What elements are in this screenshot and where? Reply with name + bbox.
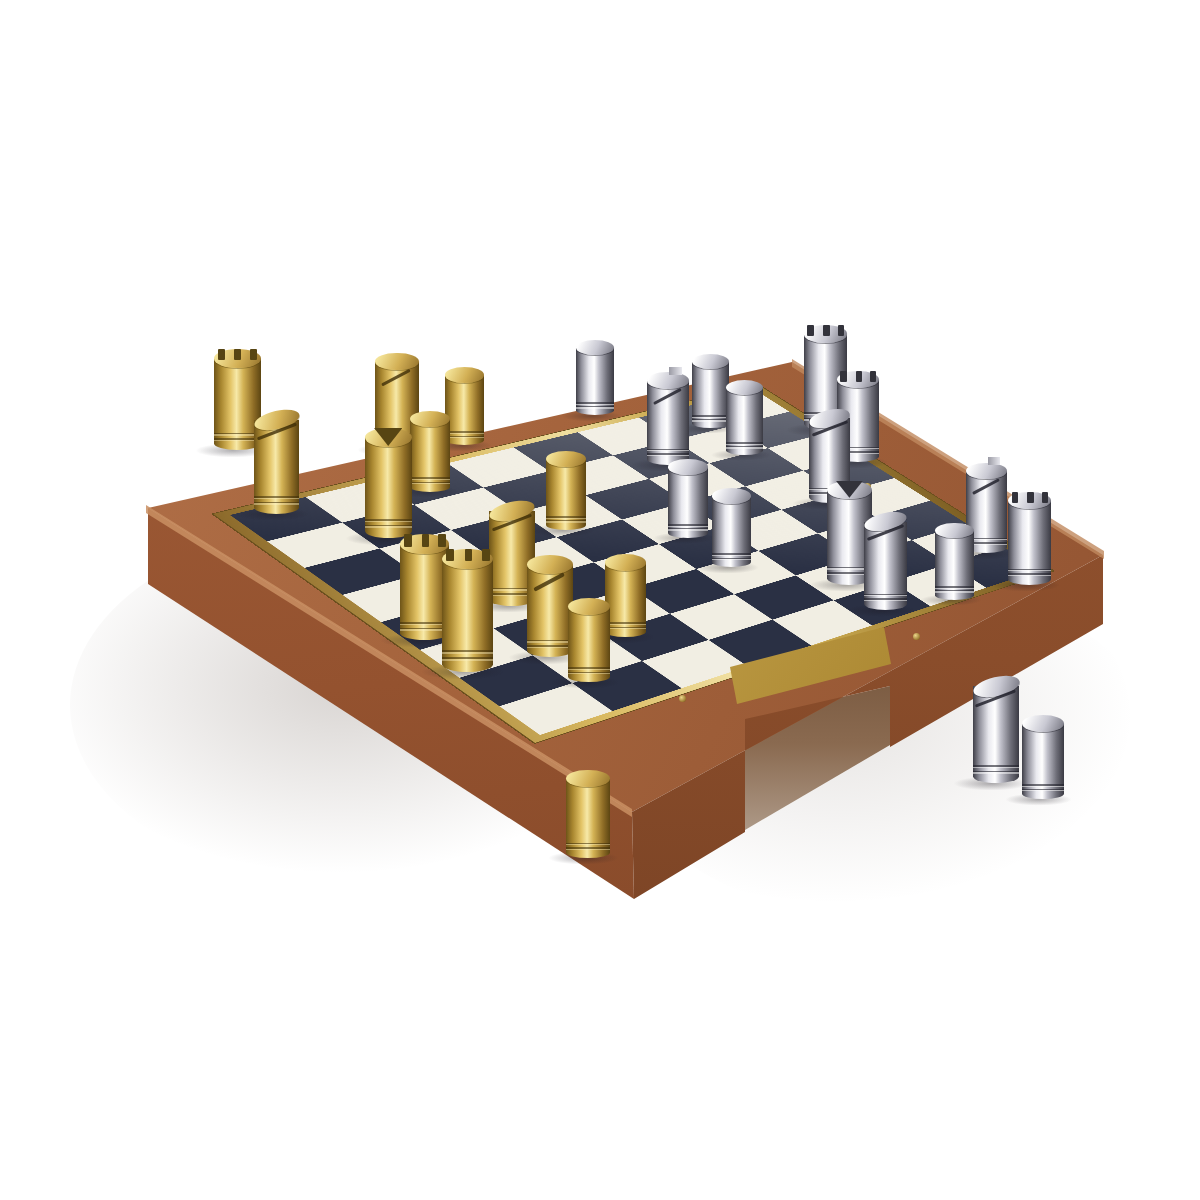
crenel-notch xyxy=(250,349,257,361)
silver-pawn-g8[interactable]: ♟ xyxy=(935,523,973,600)
base-rings xyxy=(445,430,484,439)
gold-pawn-b7[interactable]: ♙ xyxy=(568,598,610,683)
gold-pawn-d1[interactable]: ♙ xyxy=(445,367,484,445)
base-rings xyxy=(546,515,586,524)
base-rings xyxy=(692,414,729,423)
silver-pawn-f1[interactable]: ♟ xyxy=(576,340,614,415)
base-rings xyxy=(935,585,973,594)
knight-step-tab xyxy=(988,457,1000,465)
crenel-notch xyxy=(438,534,445,546)
gold-bishop-a1[interactable]: ♗ xyxy=(254,411,300,514)
silver-bishop-captured[interactable]: ♝ xyxy=(973,677,1020,783)
gold-pawn-c2[interactable]: ♙ xyxy=(410,411,450,491)
crenel-notch xyxy=(1027,492,1033,503)
crenel-notch xyxy=(823,325,830,336)
silver-bishop-f8[interactable]: ♝ xyxy=(864,513,907,610)
silver-pawn-e6[interactable]: ♟ xyxy=(712,488,751,567)
gold-queen-b3[interactable]: ♕ xyxy=(365,428,412,538)
chess-set-scene: ♗♖♘♙♙♕♙♖♗♔♘♙♙♟♟♞♟♚♜♟♝♟♛♝♟♞♜♙♝♟ xyxy=(0,0,1200,1200)
brass-screw xyxy=(679,695,686,702)
base-rings xyxy=(568,666,610,676)
base-rings xyxy=(605,621,646,631)
crenel-notch xyxy=(870,371,876,381)
base-rings xyxy=(254,494,300,506)
crenel-notch xyxy=(1042,492,1048,503)
gold-king-a6[interactable]: ♔ xyxy=(442,549,493,672)
crenel-notch xyxy=(856,371,862,381)
base-rings xyxy=(365,517,412,530)
brass-screw xyxy=(913,633,920,640)
gold-knight-b6[interactable]: ♘ xyxy=(527,555,573,657)
gold-pawn-captured[interactable]: ♙ xyxy=(566,770,610,858)
gold-pawn-d3[interactable]: ♙ xyxy=(546,451,586,530)
gold-pawn-c6[interactable]: ♙ xyxy=(605,554,646,636)
knight-step-tab xyxy=(669,367,681,375)
crenel-notch xyxy=(482,549,490,562)
silver-pawn-captured[interactable]: ♟ xyxy=(1022,715,1064,799)
base-rings xyxy=(566,841,610,852)
base-rings xyxy=(647,447,689,458)
silver-pawn-g2[interactable]: ♟ xyxy=(692,354,729,428)
silver-pawn-g3[interactable]: ♟ xyxy=(726,380,763,455)
base-rings xyxy=(1022,783,1064,793)
base-rings xyxy=(712,552,751,561)
base-rings xyxy=(668,523,707,532)
base-rings xyxy=(864,592,907,604)
crenel-notch xyxy=(838,325,845,336)
base-rings xyxy=(1008,567,1051,578)
base-rings xyxy=(973,763,1020,776)
crenel-notch xyxy=(465,549,473,562)
silver-rook-h8[interactable]: ♜ xyxy=(1008,492,1051,585)
crenel-notch xyxy=(234,349,241,361)
base-rings xyxy=(442,648,493,663)
crenel-notch xyxy=(422,534,429,546)
silver-pawn-e5[interactable]: ♟ xyxy=(668,459,707,537)
silver-knight-f3[interactable]: ♞ xyxy=(647,372,689,464)
base-rings xyxy=(726,441,763,450)
base-rings xyxy=(410,476,450,486)
base-rings xyxy=(527,638,573,650)
base-rings xyxy=(576,401,614,410)
